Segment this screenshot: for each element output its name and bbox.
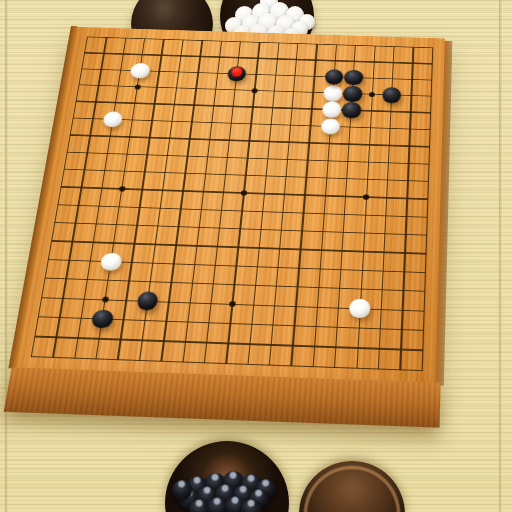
board-grid[interactable]	[31, 37, 434, 372]
tatami-seam	[5, 0, 8, 512]
black-stone-R16[interactable]	[382, 87, 402, 103]
last-move-marker	[231, 67, 243, 77]
go-game-scene	[0, 0, 512, 512]
star-point	[135, 85, 141, 90]
star-point	[229, 301, 235, 306]
star-point	[369, 92, 375, 97]
black-stone-F4[interactable]	[136, 292, 159, 311]
star-point	[241, 190, 247, 195]
white-stone-D6[interactable]	[100, 252, 123, 271]
white-stone-Q4[interactable]	[349, 299, 371, 318]
white-stone-O16[interactable]	[323, 85, 343, 101]
star-point	[102, 297, 109, 302]
white-stone-O14[interactable]	[320, 118, 340, 135]
star-point	[252, 88, 258, 93]
black-stone-D3[interactable]	[91, 309, 114, 329]
tatami-seam	[499, 0, 502, 512]
white-stone-D17[interactable]	[129, 63, 150, 79]
go-board[interactable]	[16, 27, 445, 384]
star-point	[363, 195, 369, 200]
star-point	[119, 186, 125, 191]
black-stone-P17[interactable]	[344, 69, 364, 85]
black-stone-J17[interactable]	[227, 66, 247, 82]
black-stone-O17[interactable]	[324, 69, 344, 85]
black-bowl-stone	[172, 480, 192, 500]
white-stone-O15[interactable]	[322, 101, 342, 118]
white-stone-C14[interactable]	[102, 111, 124, 128]
black-stone-P16[interactable]	[343, 86, 363, 102]
black-stone-P15[interactable]	[341, 102, 361, 119]
